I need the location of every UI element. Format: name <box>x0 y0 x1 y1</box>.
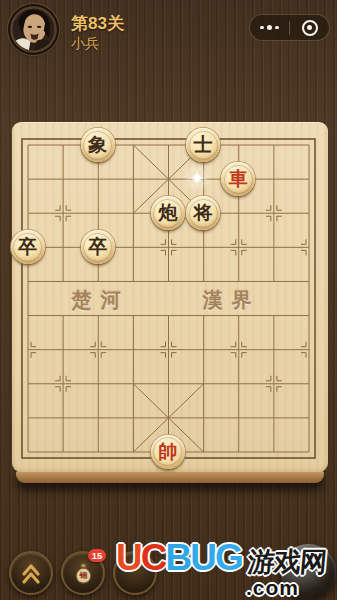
more-dots-icon[interactable] <box>250 25 289 31</box>
piece-red-chariot[interactable]: 車 <box>221 162 255 196</box>
board-grid[interactable]: 象士車炮将卒卒帥 <box>10 128 326 469</box>
avatar[interactable] <box>10 6 57 53</box>
sparkle-effect <box>190 171 204 185</box>
game-screen: 第83关 小兵 楚河 漢界 象士車炮将卒卒帥 锦 15 <box>0 0 337 600</box>
chevron-up-icon <box>19 562 43 584</box>
xiangqi-board[interactable]: 楚河 漢界 象士車炮将卒卒帥 <box>12 122 328 472</box>
player-name: 小兵 <box>71 35 99 53</box>
piece-black-soldier[interactable]: 卒 <box>11 230 45 264</box>
dark-stone-icon[interactable] <box>281 544 336 599</box>
money-bag-icon: 锦 <box>70 560 97 587</box>
extra-button[interactable] <box>113 551 157 595</box>
piece-red-general[interactable]: 帥 <box>151 435 185 469</box>
hint-bag-button[interactable]: 锦 15 <box>61 551 105 595</box>
piece-black-general[interactable]: 将 <box>186 196 220 230</box>
svg-text:锦: 锦 <box>78 571 87 580</box>
target-circle-icon[interactable] <box>290 20 329 36</box>
level-label: 第83关 <box>71 12 124 35</box>
board-3d-edge <box>16 471 324 483</box>
hint-count-badge: 15 <box>88 549 106 562</box>
piece-black-elephant[interactable]: 象 <box>81 128 115 162</box>
piece-black-soldier[interactable]: 卒 <box>81 230 115 264</box>
miniprogram-capsule <box>249 14 330 41</box>
collapse-button[interactable] <box>9 551 53 595</box>
piece-black-cannon[interactable]: 炮 <box>151 196 185 230</box>
piece-black-advisor[interactable]: 士 <box>186 128 220 162</box>
